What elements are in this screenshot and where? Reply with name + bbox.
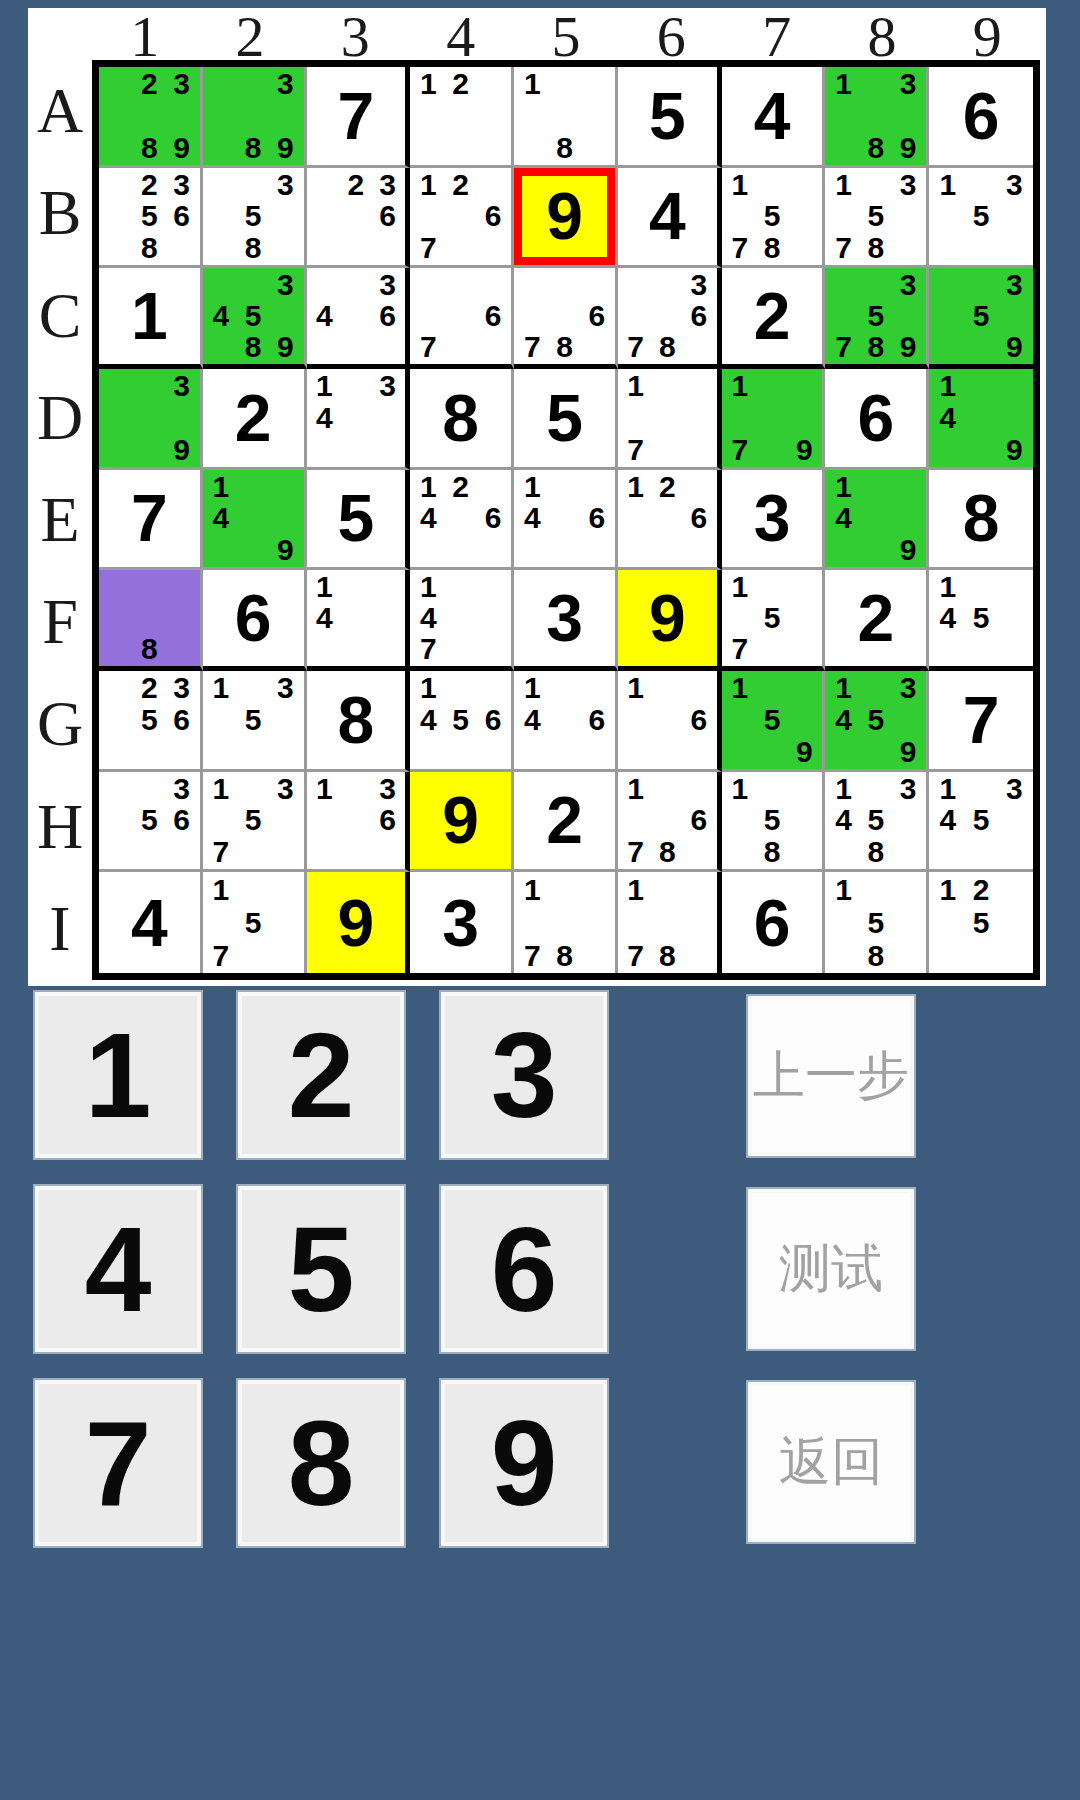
pencil-mark-1: 1	[205, 471, 237, 503]
sudoku-grid: 2389389712185413896235683582361267941578…	[92, 60, 1040, 980]
cell-C8[interactable]: 35789	[825, 268, 929, 369]
cell-value: 6	[825, 369, 926, 467]
pencil-mark-4: 4	[205, 503, 237, 535]
column-header-8: 8	[829, 8, 934, 66]
pencil-mark-3: 3	[372, 773, 404, 805]
pencil-mark-1: 1	[412, 672, 444, 704]
pencil-mark-1: 1	[309, 370, 341, 402]
cell-value: 8	[410, 369, 511, 467]
pencil-mark-3: 3	[892, 672, 924, 704]
cell-D5[interactable]: 5	[514, 369, 618, 470]
pencil-marks: 179	[724, 370, 821, 466]
pencil-mark-9: 9	[998, 332, 1031, 363]
cell-value: 7	[99, 470, 200, 568]
cell-E8[interactable]: 149	[825, 470, 929, 571]
cell-C5[interactable]: 678	[514, 268, 618, 369]
pencil-mark-8: 8	[548, 132, 580, 164]
pencil-mark-3: 3	[269, 672, 301, 704]
pencil-marks: 178	[516, 873, 613, 972]
pencil-mark-3: 3	[372, 370, 404, 402]
pencil-mark-3: 3	[166, 68, 198, 100]
pencil-marks: 3678	[620, 269, 715, 363]
pencil-mark-6: 6	[372, 201, 404, 233]
cell-H6[interactable]: 1678	[618, 772, 722, 873]
pencil-marks: 14	[309, 571, 404, 665]
pencil-mark-2: 2	[340, 169, 372, 201]
row-header-F: F	[28, 571, 92, 673]
column-header-2: 2	[197, 8, 302, 66]
pencil-marks: 67	[412, 269, 509, 363]
pencil-marks: 1456	[412, 672, 509, 768]
pencil-marks: 126	[620, 471, 715, 567]
key-5[interactable]: 5	[238, 1186, 404, 1352]
cell-I6[interactable]: 178	[618, 872, 722, 973]
pencil-mark-8: 8	[860, 939, 892, 972]
cell-B1[interactable]: 23568	[99, 168, 203, 269]
pencil-marks: 145	[931, 571, 1031, 665]
cell-D9[interactable]: 149	[929, 369, 1033, 470]
pencil-marks: 358	[205, 169, 302, 265]
cell-C3[interactable]: 346	[307, 268, 411, 369]
cell-A3[interactable]: 7	[307, 67, 411, 168]
key-6[interactable]: 6	[441, 1186, 607, 1352]
cell-value: 2	[203, 369, 304, 467]
cell-B8[interactable]: 13578	[825, 168, 929, 269]
pencil-mark-4: 4	[516, 704, 548, 736]
cell-H1[interactable]: 356	[99, 772, 203, 873]
cell-I5[interactable]: 178	[514, 872, 618, 973]
cell-G7[interactable]: 159	[722, 671, 826, 772]
cell-I2[interactable]: 157	[203, 872, 307, 973]
cell-F5[interactable]: 3	[514, 570, 618, 671]
key-8[interactable]: 8	[238, 1380, 404, 1546]
pencil-mark-8: 8	[237, 332, 269, 363]
pencil-mark-1: 1	[724, 370, 756, 402]
pencil-mark-1: 1	[724, 571, 756, 602]
pencil-mark-1: 1	[205, 672, 237, 704]
pencil-mark-4: 4	[412, 704, 444, 736]
pencil-mark-5: 5	[445, 704, 477, 736]
cell-D3[interactable]: 134	[307, 369, 411, 470]
pencil-mark-9: 9	[892, 332, 924, 363]
pencil-marks: 34589	[205, 269, 302, 363]
pencil-mark-4: 4	[412, 603, 444, 634]
pencil-mark-1: 1	[412, 68, 444, 100]
cell-F9[interactable]: 145	[929, 570, 1033, 671]
pencil-mark-4: 4	[516, 503, 548, 535]
cell-A7[interactable]: 4	[722, 67, 826, 168]
pencil-mark-5: 5	[237, 301, 269, 332]
cell-B4[interactable]: 1267	[410, 168, 514, 269]
pencil-mark-9: 9	[269, 332, 301, 363]
pencil-mark-8: 8	[860, 132, 892, 164]
pencil-mark-5: 5	[133, 201, 165, 233]
pencil-marks: 356	[101, 773, 198, 869]
pencil-mark-5: 5	[860, 201, 892, 233]
pencil-marks: 35789	[827, 269, 924, 363]
pencil-mark-2: 2	[445, 169, 477, 201]
pencil-mark-3: 3	[892, 269, 924, 300]
pencil-mark-7: 7	[620, 332, 652, 363]
cell-E2[interactable]: 149	[203, 470, 307, 571]
pencil-mark-8: 8	[651, 332, 683, 363]
cell-value: 9	[514, 168, 615, 266]
cell-H9[interactable]: 1345	[929, 772, 1033, 873]
pencil-mark-5: 5	[133, 704, 165, 736]
pencil-mark-6: 6	[477, 301, 509, 332]
pencil-marks: 8	[101, 571, 198, 665]
cell-G4[interactable]: 1456	[410, 671, 514, 772]
pencil-mark-1: 1	[516, 471, 548, 503]
cell-E1[interactable]: 7	[99, 470, 203, 571]
pencil-mark-1: 1	[724, 773, 756, 805]
pencil-marks: 1345	[931, 773, 1031, 869]
pencil-marks: 39	[101, 370, 198, 466]
cell-G9[interactable]: 7	[929, 671, 1033, 772]
cell-value: 6	[929, 67, 1033, 165]
pencil-mark-1: 1	[931, 169, 964, 201]
pencil-mark-8: 8	[860, 836, 892, 868]
cell-B2[interactable]: 358	[203, 168, 307, 269]
cell-G8[interactable]: 13459	[825, 671, 929, 772]
cell-D8[interactable]: 6	[825, 369, 929, 470]
pencil-mark-7: 7	[620, 836, 652, 868]
pencil-mark-9: 9	[788, 736, 820, 768]
pencil-marks: 13578	[827, 169, 924, 265]
cell-F3[interactable]: 14	[307, 570, 411, 671]
key-2[interactable]: 2	[238, 992, 404, 1158]
cell-H5[interactable]: 2	[514, 772, 618, 873]
pencil-mark-5: 5	[964, 805, 997, 837]
cell-value: 1	[99, 268, 200, 364]
cell-H8[interactable]: 13458	[825, 772, 929, 873]
pencil-marks: 134	[309, 370, 404, 466]
cell-D1[interactable]: 39	[99, 369, 203, 470]
cell-value: 7	[307, 67, 406, 165]
cell-value: 8	[307, 671, 406, 769]
key-3[interactable]: 3	[441, 992, 607, 1158]
pencil-mark-1: 1	[827, 169, 859, 201]
pencil-marks: 157	[205, 873, 302, 972]
cell-value: 3	[514, 570, 615, 666]
pencil-marks: 1678	[620, 773, 715, 869]
cell-F4[interactable]: 147	[410, 570, 514, 671]
cell-F2[interactable]: 6	[203, 570, 307, 671]
cell-C6[interactable]: 3678	[618, 268, 722, 369]
pencil-mark-8: 8	[133, 232, 165, 264]
cell-C7[interactable]: 2	[722, 268, 826, 369]
pencil-mark-1: 1	[309, 571, 341, 602]
cell-B7[interactable]: 1578	[722, 168, 826, 269]
pencil-mark-3: 3	[892, 773, 924, 805]
cell-I8[interactable]: 158	[825, 872, 929, 973]
pencil-mark-7: 7	[724, 434, 756, 466]
pencil-mark-6: 6	[683, 503, 715, 535]
pencil-mark-1: 1	[827, 773, 859, 805]
cell-B3[interactable]: 236	[307, 168, 411, 269]
pencil-mark-5: 5	[133, 805, 165, 837]
pencil-mark-4: 4	[931, 805, 964, 837]
key-4[interactable]: 4	[35, 1186, 201, 1352]
cell-C4[interactable]: 67	[410, 268, 514, 369]
cell-E7[interactable]: 3	[722, 470, 826, 571]
pencil-mark-4: 4	[931, 603, 964, 634]
pencil-mark-6: 6	[372, 805, 404, 837]
pencil-mark-6: 6	[477, 201, 509, 233]
pencil-marks: 135	[205, 672, 302, 768]
cell-C2[interactable]: 34589	[203, 268, 307, 369]
pencil-mark-3: 3	[166, 370, 198, 402]
pencil-mark-7: 7	[205, 836, 237, 868]
cell-value: 9	[307, 872, 406, 973]
pencil-marks: 178	[620, 873, 715, 972]
pencil-mark-5: 5	[756, 704, 788, 736]
test-button[interactable]: 测试	[748, 1189, 914, 1349]
row-header-C: C	[28, 264, 92, 366]
key-7[interactable]: 7	[35, 1380, 201, 1546]
pencil-marks: 159	[724, 672, 821, 768]
pencil-mark-1: 1	[827, 672, 859, 704]
pencil-mark-3: 3	[998, 269, 1031, 300]
pencil-mark-6: 6	[683, 805, 715, 837]
pencil-mark-4: 4	[931, 402, 964, 434]
cell-E9[interactable]: 8	[929, 470, 1033, 571]
column-header-4: 4	[408, 8, 513, 66]
cell-F6[interactable]: 9	[618, 570, 722, 671]
pencil-mark-1: 1	[620, 873, 652, 906]
cell-A8[interactable]: 1389	[825, 67, 929, 168]
cell-E3[interactable]: 5	[307, 470, 411, 571]
pencil-mark-1: 1	[205, 873, 237, 906]
undo-button[interactable]: 上一步	[748, 996, 914, 1156]
cell-I1[interactable]: 4	[99, 872, 203, 973]
pencil-mark-3: 3	[269, 169, 301, 201]
pencil-mark-2: 2	[651, 471, 683, 503]
cell-E4[interactable]: 1246	[410, 470, 514, 571]
pencil-mark-9: 9	[892, 132, 924, 164]
pencil-mark-3: 3	[683, 269, 715, 300]
cell-H7[interactable]: 158	[722, 772, 826, 873]
pencil-mark-1: 1	[412, 169, 444, 201]
pencil-mark-2: 2	[964, 873, 997, 906]
column-header-9: 9	[935, 8, 1040, 66]
cell-D2[interactable]: 2	[203, 369, 307, 470]
pencil-mark-5: 5	[964, 906, 997, 939]
cell-H3[interactable]: 136	[307, 772, 411, 873]
cell-value: 9	[410, 772, 511, 870]
column-header-6: 6	[619, 8, 724, 66]
column-header-3: 3	[303, 8, 408, 66]
pencil-marks: 346	[309, 269, 404, 363]
row-headers: ABCDEFGHI	[28, 60, 92, 980]
cell-D6[interactable]: 17	[618, 369, 722, 470]
cell-value: 4	[618, 168, 717, 266]
cell-value: 3	[722, 470, 823, 568]
pencil-mark-8: 8	[756, 836, 788, 868]
cell-value: 7	[929, 671, 1033, 769]
cell-B9[interactable]: 135	[929, 168, 1033, 269]
pencil-mark-6: 6	[581, 301, 613, 332]
pencil-mark-1: 1	[724, 672, 756, 704]
pencil-marks: 135	[931, 169, 1031, 265]
pencil-marks: 1267	[412, 169, 509, 265]
cell-A1[interactable]: 2389	[99, 67, 203, 168]
row-header-E: E	[28, 469, 92, 571]
pencil-mark-3: 3	[892, 68, 924, 100]
row-header-I: I	[28, 878, 92, 980]
cell-I3[interactable]: 9	[307, 872, 411, 973]
pencil-marks: 146	[516, 672, 613, 768]
cell-E5[interactable]: 146	[514, 470, 618, 571]
pencil-mark-1: 1	[931, 873, 964, 906]
pencil-mark-3: 3	[372, 269, 404, 300]
pencil-mark-5: 5	[964, 603, 997, 634]
pencil-marks: 1578	[724, 169, 821, 265]
column-header-7: 7	[724, 8, 829, 66]
cell-B6[interactable]: 4	[618, 168, 722, 269]
pencil-marks: 149	[827, 471, 924, 567]
pencil-mark-8: 8	[651, 939, 683, 972]
pencil-marks: 146	[516, 471, 613, 567]
cell-D7[interactable]: 179	[722, 369, 826, 470]
pencil-marks: 147	[412, 571, 509, 665]
cell-G5[interactable]: 146	[514, 671, 618, 772]
pencil-mark-8: 8	[860, 232, 892, 264]
pencil-marks: 16	[620, 672, 715, 768]
cell-A9[interactable]: 6	[929, 67, 1033, 168]
pencil-mark-4: 4	[205, 301, 237, 332]
pencil-mark-8: 8	[133, 634, 165, 665]
cell-value: 4	[722, 67, 823, 165]
cell-G3[interactable]: 8	[307, 671, 411, 772]
pencil-mark-2: 2	[445, 471, 477, 503]
pencil-mark-8: 8	[548, 939, 580, 972]
pencil-mark-5: 5	[860, 301, 892, 332]
pencil-mark-7: 7	[205, 939, 237, 972]
cell-A5[interactable]: 18	[514, 67, 618, 168]
pencil-marks: 359	[931, 269, 1031, 363]
cell-value: 8	[929, 470, 1033, 568]
pencil-mark-5: 5	[860, 704, 892, 736]
pencil-marks: 23568	[101, 169, 198, 265]
pencil-mark-7: 7	[827, 332, 859, 363]
pencil-marks: 18	[516, 68, 613, 164]
pencil-mark-1: 1	[620, 370, 652, 402]
pencil-mark-1: 1	[205, 773, 237, 805]
cell-B5[interactable]: 9	[514, 168, 618, 269]
pencil-mark-1: 1	[724, 169, 756, 201]
pencil-marks: 158	[827, 873, 924, 972]
pencil-mark-4: 4	[309, 301, 341, 332]
pencil-mark-3: 3	[998, 773, 1031, 805]
pencil-mark-5: 5	[237, 805, 269, 837]
cell-G1[interactable]: 2356	[99, 671, 203, 772]
pencil-mark-1: 1	[931, 773, 964, 805]
pencil-mark-8: 8	[133, 132, 165, 164]
cell-I7[interactable]: 6	[722, 872, 826, 973]
pencil-mark-3: 3	[166, 773, 198, 805]
cell-H4[interactable]: 9	[410, 772, 514, 873]
pencil-mark-5: 5	[756, 603, 788, 634]
cell-A2[interactable]: 389	[203, 67, 307, 168]
pencil-mark-2: 2	[445, 68, 477, 100]
cell-A6[interactable]: 5	[618, 67, 722, 168]
pencil-mark-3: 3	[998, 169, 1031, 201]
pencil-mark-5: 5	[237, 201, 269, 233]
pencil-mark-9: 9	[269, 534, 301, 566]
pencil-mark-6: 6	[477, 503, 509, 535]
pencil-mark-6: 6	[477, 704, 509, 736]
pencil-mark-1: 1	[827, 68, 859, 100]
pencil-mark-1: 1	[309, 773, 341, 805]
pencil-mark-5: 5	[756, 805, 788, 837]
pencil-mark-7: 7	[620, 434, 652, 466]
pencil-marks: 125	[931, 873, 1031, 972]
column-header-1: 1	[92, 8, 197, 66]
cell-G2[interactable]: 135	[203, 671, 307, 772]
pencil-mark-8: 8	[548, 332, 580, 363]
pencil-mark-1: 1	[412, 571, 444, 602]
row-header-H: H	[28, 776, 92, 878]
pencil-mark-1: 1	[516, 672, 548, 704]
pencil-mark-5: 5	[860, 906, 892, 939]
cell-C1[interactable]: 1	[99, 268, 203, 369]
cell-value: 2	[722, 268, 823, 364]
pencil-mark-1: 1	[931, 571, 964, 602]
pencil-mark-2: 2	[133, 169, 165, 201]
cell-F8[interactable]: 2	[825, 570, 929, 671]
pencil-marks: 236	[309, 169, 404, 265]
pencil-mark-8: 8	[237, 132, 269, 164]
pencil-mark-7: 7	[412, 232, 444, 264]
pencil-mark-7: 7	[412, 634, 444, 665]
cell-A4[interactable]: 12	[410, 67, 514, 168]
cell-C9[interactable]: 359	[929, 268, 1033, 369]
cell-I9[interactable]: 125	[929, 872, 1033, 973]
row-header-B: B	[28, 162, 92, 264]
cell-H2[interactable]: 1357	[203, 772, 307, 873]
pencil-mark-4: 4	[309, 402, 341, 434]
pencil-mark-5: 5	[860, 805, 892, 837]
pencil-marks: 136	[309, 773, 404, 869]
cell-value: 4	[99, 872, 200, 973]
pencil-mark-8: 8	[237, 232, 269, 264]
cell-D4[interactable]: 8	[410, 369, 514, 470]
pencil-mark-1: 1	[827, 873, 859, 906]
cell-G6[interactable]: 16	[618, 671, 722, 772]
pencil-mark-5: 5	[237, 906, 269, 939]
back-button[interactable]: 返回	[748, 1382, 914, 1542]
pencil-mark-5: 5	[964, 201, 997, 233]
pencil-marks: 389	[205, 68, 302, 164]
pencil-marks: 13459	[827, 672, 924, 768]
cell-F7[interactable]: 157	[722, 570, 826, 671]
pencil-mark-6: 6	[581, 704, 613, 736]
pencil-mark-9: 9	[166, 132, 198, 164]
pencil-mark-1: 1	[620, 471, 652, 503]
key-9[interactable]: 9	[441, 1380, 607, 1546]
column-header-5: 5	[513, 8, 618, 66]
key-1[interactable]: 1	[35, 992, 201, 1158]
pencil-mark-6: 6	[372, 301, 404, 332]
cell-I4[interactable]: 3	[410, 872, 514, 973]
pencil-mark-9: 9	[269, 132, 301, 164]
cell-E6[interactable]: 126	[618, 470, 722, 571]
cell-F1[interactable]: 8	[99, 570, 203, 671]
pencil-marks: 13458	[827, 773, 924, 869]
board-panel: 123456789 ABCDEFGHI 23893897121854138962…	[28, 8, 1046, 986]
pencil-mark-1: 1	[620, 773, 652, 805]
